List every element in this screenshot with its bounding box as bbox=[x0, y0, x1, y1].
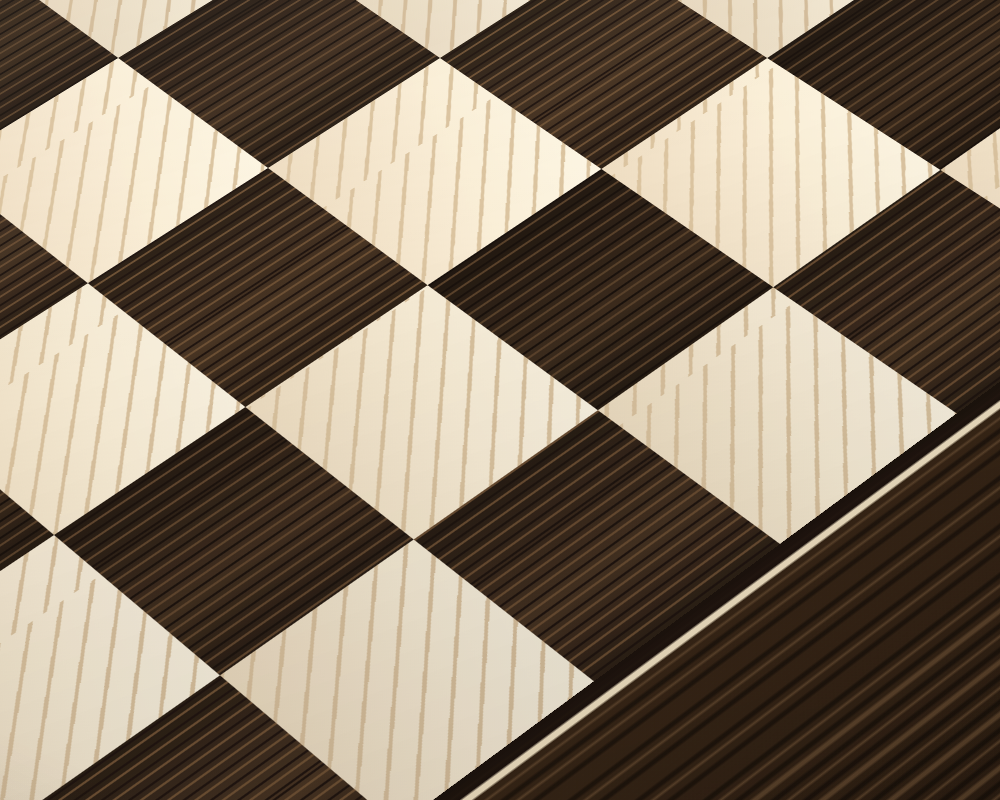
photo-stage bbox=[0, 0, 1000, 800]
chess-board bbox=[778, 544, 782, 547]
